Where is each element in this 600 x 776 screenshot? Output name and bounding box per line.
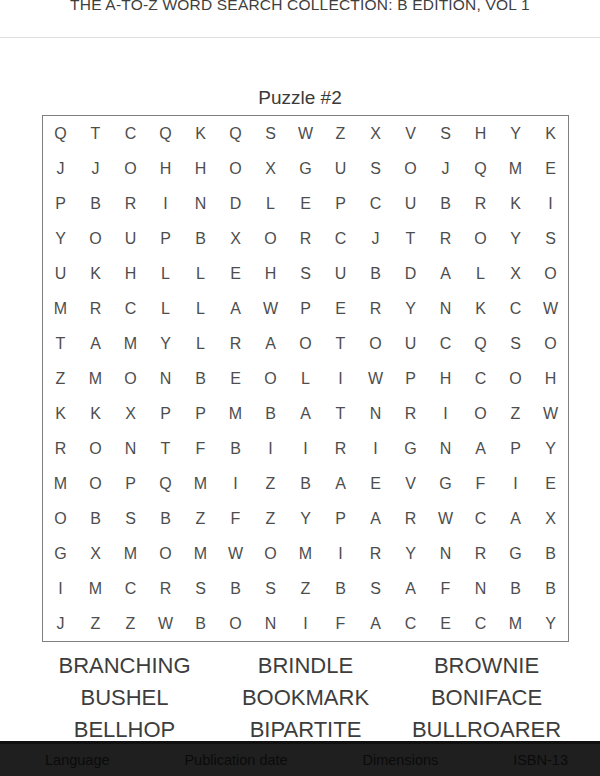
grid-cell: N <box>428 291 463 326</box>
grid-cell: K <box>533 116 568 151</box>
grid-cell: I <box>323 536 358 571</box>
grid-cell: X <box>533 501 568 536</box>
grid-cell: F <box>218 501 253 536</box>
grid-cell: A <box>393 571 428 606</box>
footer-label-publication-date: Publication date <box>184 752 287 768</box>
grid-cell: O <box>253 536 288 571</box>
grid-cell: I <box>358 431 393 466</box>
grid-cell: B <box>183 361 218 396</box>
grid-cell: C <box>393 606 428 641</box>
grid-cell: F <box>463 466 498 501</box>
grid-cell: R <box>393 501 428 536</box>
grid-cell: L <box>183 256 218 291</box>
grid-cell: M <box>218 396 253 431</box>
grid-cell: J <box>43 606 78 641</box>
grid-cell: G <box>498 536 533 571</box>
grid-cell: M <box>43 466 78 501</box>
grid-cell: N <box>358 396 393 431</box>
grid-cell: B <box>323 571 358 606</box>
grid-cell: L <box>463 256 498 291</box>
grid-cell: Z <box>113 606 148 641</box>
grid-cell: Q <box>463 151 498 186</box>
grid-cell: O <box>253 221 288 256</box>
grid-cell: B <box>253 396 288 431</box>
grid-cell: N <box>113 431 148 466</box>
grid-cell: Z <box>253 466 288 501</box>
grid-cell: O <box>113 361 148 396</box>
grid-cell: W <box>428 501 463 536</box>
grid-cell: L <box>183 326 218 361</box>
grid-cell: N <box>183 186 218 221</box>
grid-cell: C <box>323 221 358 256</box>
grid-cell: Z <box>78 606 113 641</box>
grid-cell: T <box>323 396 358 431</box>
grid-cell: P <box>183 396 218 431</box>
grid-cell: O <box>533 256 568 291</box>
grid-cell: C <box>113 571 148 606</box>
grid-cell: J <box>78 151 113 186</box>
grid-cell: I <box>253 431 288 466</box>
grid-cell: F <box>323 606 358 641</box>
grid-cell: M <box>78 571 113 606</box>
grid-cell: B <box>78 501 113 536</box>
grid-cell: I <box>148 186 183 221</box>
grid-cell: O <box>78 466 113 501</box>
grid-cell: G <box>43 536 78 571</box>
grid-cell: X <box>218 221 253 256</box>
grid-cell: H <box>253 256 288 291</box>
grid-cell: I <box>428 396 463 431</box>
grid-cell: B <box>498 571 533 606</box>
grid-cell: C <box>113 116 148 151</box>
grid-cell: O <box>78 221 113 256</box>
grid-cell: K <box>463 291 498 326</box>
grid-cell: U <box>113 221 148 256</box>
grid-cell: T <box>78 116 113 151</box>
grid-cell: B <box>148 501 183 536</box>
grid-cell: O <box>393 151 428 186</box>
grid-cell: E <box>218 256 253 291</box>
grid-cell: H <box>533 361 568 396</box>
grid-cell: S <box>253 116 288 151</box>
grid-cell: Q <box>43 116 78 151</box>
grid-cell: E <box>428 606 463 641</box>
grid-cell: M <box>498 151 533 186</box>
grid-cell: T <box>393 221 428 256</box>
grid-cell: Y <box>498 116 533 151</box>
grid-cell: Y <box>498 221 533 256</box>
grid-cell: M <box>43 291 78 326</box>
grid-cell: A <box>358 501 393 536</box>
footer-label-language: Language <box>45 752 110 768</box>
grid-cell: M <box>183 466 218 501</box>
grid-cell: R <box>43 431 78 466</box>
grid-cell: Y <box>393 536 428 571</box>
grid-cell: O <box>148 536 183 571</box>
grid-cell: R <box>218 326 253 361</box>
grid-cell: A <box>78 326 113 361</box>
grid-cell: H <box>113 256 148 291</box>
grid-cell: E <box>533 466 568 501</box>
grid-cell: D <box>218 186 253 221</box>
grid-cell: M <box>183 536 218 571</box>
grid-cell: L <box>183 291 218 326</box>
grid-cell: X <box>78 536 113 571</box>
grid-cell: C <box>463 501 498 536</box>
grid-cell: S <box>253 571 288 606</box>
grid-cell: T <box>323 326 358 361</box>
grid-cell: P <box>498 431 533 466</box>
grid-cell: Q <box>148 116 183 151</box>
grid-cell: O <box>463 221 498 256</box>
grid-cell: L <box>148 256 183 291</box>
grid-cell: N <box>463 571 498 606</box>
grid-cell: Z <box>288 571 323 606</box>
grid-cell: Q <box>148 466 183 501</box>
grid-cell: U <box>393 326 428 361</box>
grid-cell: R <box>358 536 393 571</box>
grid-cell: A <box>288 396 323 431</box>
grid-cell: K <box>43 396 78 431</box>
grid-cell: C <box>463 606 498 641</box>
grid-cell: N <box>148 361 183 396</box>
word-list-item: BUSHEL <box>34 682 215 714</box>
grid-cell: O <box>253 361 288 396</box>
grid-cell: U <box>323 256 358 291</box>
grid-cell: R <box>428 221 463 256</box>
grid-cell: C <box>428 326 463 361</box>
grid-cell: R <box>463 536 498 571</box>
grid-cell: A <box>323 466 358 501</box>
grid-cell: G <box>393 431 428 466</box>
grid-cell: C <box>463 361 498 396</box>
grid-cell: L <box>288 361 323 396</box>
grid-cell: S <box>183 571 218 606</box>
grid-cell: R <box>358 291 393 326</box>
footer-label-isbn-13: ISBN-13 <box>513 752 568 768</box>
grid-cell: R <box>323 431 358 466</box>
grid-cell: S <box>428 116 463 151</box>
grid-cell: I <box>43 571 78 606</box>
grid-cell: A <box>253 326 288 361</box>
grid-cell: Y <box>148 326 183 361</box>
grid-cell: E <box>288 186 323 221</box>
grid-cell: W <box>148 606 183 641</box>
grid-cell: A <box>463 431 498 466</box>
grid-cell: P <box>148 396 183 431</box>
footer-label-dimensions: Dimensions <box>363 752 439 768</box>
grid-cell: I <box>218 466 253 501</box>
grid-cell: Z <box>323 116 358 151</box>
grid-cell: V <box>393 466 428 501</box>
grid-cell: K <box>78 396 113 431</box>
grid-cell: N <box>428 431 463 466</box>
grid-cell: M <box>498 606 533 641</box>
grid-cell: R <box>393 396 428 431</box>
grid-cell: P <box>43 186 78 221</box>
grid-cell: I <box>533 186 568 221</box>
grid-cell: I <box>288 431 323 466</box>
grid-cell: H <box>148 151 183 186</box>
grid-cell: B <box>218 571 253 606</box>
grid-cell: S <box>288 256 323 291</box>
grid-cell: P <box>288 291 323 326</box>
grid-cell: E <box>323 291 358 326</box>
grid-cell: Q <box>218 116 253 151</box>
grid-cell: O <box>288 326 323 361</box>
grid-cell: C <box>498 291 533 326</box>
grid-cell: C <box>113 291 148 326</box>
grid-cell: K <box>498 186 533 221</box>
grid-cell: Z <box>43 361 78 396</box>
book-title: THE A-TO-Z WORD SEARCH COLLECTION: B EDI… <box>0 0 600 14</box>
grid-cell: L <box>148 291 183 326</box>
grid-cell: S <box>358 151 393 186</box>
grid-cell: N <box>428 536 463 571</box>
grid-cell: V <box>393 116 428 151</box>
grid-cell: L <box>253 186 288 221</box>
grid-cell: Y <box>393 291 428 326</box>
word-list-item: BRINDLE <box>215 650 396 682</box>
grid-cell: M <box>113 326 148 361</box>
grid-cell: X <box>113 396 148 431</box>
grid-cell: R <box>148 571 183 606</box>
grid-cell: E <box>533 151 568 186</box>
grid-cell: F <box>428 571 463 606</box>
grid-cell: P <box>323 501 358 536</box>
grid-cell: I <box>323 361 358 396</box>
grid-cell: P <box>148 221 183 256</box>
grid-cell: T <box>148 431 183 466</box>
grid-cell: W <box>533 396 568 431</box>
grid-cell: M <box>78 361 113 396</box>
grid-cell: U <box>43 256 78 291</box>
grid-cell: M <box>113 536 148 571</box>
grid-cell: O <box>78 431 113 466</box>
grid-cell: Q <box>463 326 498 361</box>
grid-cell: B <box>358 256 393 291</box>
word-list-item: BROWNIE <box>396 650 577 682</box>
grid-cell: S <box>533 221 568 256</box>
grid-cell: H <box>463 116 498 151</box>
product-details-bar: LanguagePublication dateDimensionsISBN-1… <box>0 741 600 776</box>
grid-cell: K <box>183 116 218 151</box>
grid-cell: O <box>358 326 393 361</box>
grid-cell: P <box>393 361 428 396</box>
grid-cell: X <box>358 116 393 151</box>
word-list-item: BRANCHING <box>34 650 215 682</box>
grid-cell: O <box>533 326 568 361</box>
grid-cell: S <box>498 326 533 361</box>
word-list: BRANCHINGBRINDLEBROWNIEBUSHELBOOKMARKBON… <box>34 650 577 746</box>
grid-cell: X <box>253 151 288 186</box>
grid-cell: O <box>218 606 253 641</box>
grid-cell: B <box>78 186 113 221</box>
grid-cell: B <box>183 606 218 641</box>
grid-cell: O <box>218 151 253 186</box>
grid-cell: J <box>43 151 78 186</box>
grid-cell: G <box>288 151 323 186</box>
grid-cell: Y <box>43 221 78 256</box>
grid-cell: O <box>498 361 533 396</box>
grid-cell: B <box>533 536 568 571</box>
grid-cell: C <box>358 186 393 221</box>
grid-cell: E <box>218 361 253 396</box>
grid-cell: N <box>253 606 288 641</box>
grid-cell: A <box>358 606 393 641</box>
grid-cell: F <box>183 431 218 466</box>
grid-cell: O <box>463 396 498 431</box>
grid-cell: J <box>428 151 463 186</box>
grid-cell: H <box>428 361 463 396</box>
grid-cell: B <box>218 431 253 466</box>
grid-cell: O <box>43 501 78 536</box>
grid-cell: U <box>323 151 358 186</box>
grid-cell: I <box>288 606 323 641</box>
grid-cell: B <box>533 571 568 606</box>
word-list-item: BONIFACE <box>396 682 577 714</box>
grid-cell: P <box>323 186 358 221</box>
grid-cell: T <box>43 326 78 361</box>
grid-cell: A <box>428 256 463 291</box>
grid-cell: J <box>358 221 393 256</box>
divider <box>0 37 600 38</box>
grid-cell: Y <box>288 501 323 536</box>
grid-cell: A <box>498 501 533 536</box>
grid-cell: W <box>288 116 323 151</box>
word-list-item: BOOKMARK <box>215 682 396 714</box>
grid-cell: S <box>113 501 148 536</box>
grid-cell: A <box>218 291 253 326</box>
grid-cell: W <box>358 361 393 396</box>
grid-cell: O <box>113 151 148 186</box>
grid-cell: X <box>498 256 533 291</box>
grid-cell: Z <box>183 501 218 536</box>
grid-cell: B <box>183 221 218 256</box>
grid-cell: K <box>78 256 113 291</box>
grid-cell: M <box>288 536 323 571</box>
grid-cell: R <box>78 291 113 326</box>
grid-cell: R <box>288 221 323 256</box>
grid-cell: I <box>498 466 533 501</box>
grid-cell: U <box>393 186 428 221</box>
puzzle-title: Puzzle #2 <box>0 85 600 111</box>
grid-cell: R <box>463 186 498 221</box>
grid-cell: W <box>533 291 568 326</box>
grid-cell: R <box>113 186 148 221</box>
grid-cell: Y <box>533 606 568 641</box>
grid-cell: Z <box>498 396 533 431</box>
grid-cell: D <box>393 256 428 291</box>
grid-cell: Y <box>533 431 568 466</box>
grid-cell: B <box>428 186 463 221</box>
grid-cell: E <box>358 466 393 501</box>
grid-cell: W <box>253 291 288 326</box>
grid-cell: G <box>428 466 463 501</box>
grid-cell: P <box>113 466 148 501</box>
grid-cell: W <box>218 536 253 571</box>
grid-cell: S <box>358 571 393 606</box>
word-search-grid: QTCQKQSWZXVSHYKJJOHHOXGUSOJQMEPBRINDLEPC… <box>42 115 569 642</box>
grid-cell: Z <box>253 501 288 536</box>
grid-cell: B <box>288 466 323 501</box>
grid-cell: H <box>183 151 218 186</box>
